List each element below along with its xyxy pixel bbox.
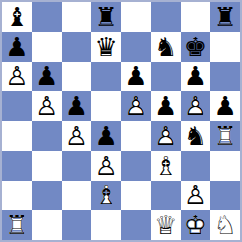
black-pawn-piece: ♟: [184, 63, 207, 89]
black-knight-piece: ♞: [154, 34, 177, 60]
square-a5[interactable]: [2, 91, 32, 121]
square-e3[interactable]: [121, 151, 151, 181]
black-rook-piece: ♜: [94, 4, 117, 30]
square-d5[interactable]: [91, 91, 121, 121]
chess-board: ♝♜♜♟♛♞♚♟♙♟♟♟♟♙♟♟♙♟♟♙♟♟♙♟♟♙♞♜♖♟♙♝♗♝♗♟♙♜♖♛…: [0, 0, 242, 242]
black-king-piece: ♚: [184, 34, 207, 60]
white-queen-piece: ♛♕: [154, 212, 177, 238]
black-queen-piece: ♛: [94, 34, 117, 60]
black-pawn-piece: ♟: [124, 63, 147, 89]
white-pawn-piece: ♟♙: [154, 123, 177, 149]
square-b6[interactable]: ♟: [32, 62, 62, 92]
square-h6[interactable]: [210, 62, 240, 92]
black-rook-piece: ♜: [213, 4, 236, 30]
square-h8[interactable]: ♜: [210, 2, 240, 32]
square-h2[interactable]: [210, 181, 240, 211]
square-h4[interactable]: ♜♖: [210, 121, 240, 151]
square-e1[interactable]: [121, 210, 151, 240]
black-pawn-piece: ♟: [94, 123, 117, 149]
black-pawn-piece: ♟: [213, 93, 236, 119]
square-f2[interactable]: [151, 181, 181, 211]
square-e4[interactable]: [121, 121, 151, 151]
square-c4[interactable]: ♟♙: [62, 121, 92, 151]
square-e5[interactable]: ♟♙: [121, 91, 151, 121]
square-f7[interactable]: ♞: [151, 32, 181, 62]
black-pawn-piece: ♟: [5, 34, 28, 60]
square-f4[interactable]: ♟♙: [151, 121, 181, 151]
white-pawn-piece: ♟♙: [184, 182, 207, 208]
square-a2[interactable]: [2, 181, 32, 211]
square-f1[interactable]: ♛♕: [151, 210, 181, 240]
square-a1[interactable]: ♜♖: [2, 210, 32, 240]
square-h7[interactable]: [210, 32, 240, 62]
square-e6[interactable]: ♟: [121, 62, 151, 92]
white-pawn-piece: ♟♙: [124, 93, 147, 119]
square-d2[interactable]: ♝♗: [91, 181, 121, 211]
square-g3[interactable]: [181, 151, 211, 181]
square-b1[interactable]: [32, 210, 62, 240]
square-c6[interactable]: [62, 62, 92, 92]
square-b7[interactable]: [32, 32, 62, 62]
square-d6[interactable]: [91, 62, 121, 92]
square-h1[interactable]: ♞♘: [210, 210, 240, 240]
square-g2[interactable]: ♟♙: [181, 181, 211, 211]
square-a7[interactable]: ♟: [2, 32, 32, 62]
black-pawn-piece: ♟: [35, 63, 58, 89]
black-bishop-piece: ♝: [5, 4, 28, 30]
black-knight-piece: ♞: [184, 123, 207, 149]
square-b8[interactable]: [32, 2, 62, 32]
square-d7[interactable]: ♛: [91, 32, 121, 62]
white-pawn-piece: ♟♙: [5, 63, 28, 89]
square-a6[interactable]: ♟♙: [2, 62, 32, 92]
white-king-piece: ♚♔: [184, 212, 207, 238]
white-pawn-piece: ♟♙: [184, 93, 207, 119]
square-g5[interactable]: ♟♙: [181, 91, 211, 121]
square-d3[interactable]: ♟♙: [91, 151, 121, 181]
square-c2[interactable]: [62, 181, 92, 211]
white-knight-piece: ♞♘: [213, 212, 236, 238]
square-b2[interactable]: [32, 181, 62, 211]
square-g6[interactable]: ♟: [181, 62, 211, 92]
square-c3[interactable]: [62, 151, 92, 181]
white-pawn-piece: ♟♙: [65, 123, 88, 149]
square-c1[interactable]: [62, 210, 92, 240]
square-d8[interactable]: ♜: [91, 2, 121, 32]
white-pawn-piece: ♟♙: [94, 153, 117, 179]
white-bishop-piece: ♝♗: [154, 153, 177, 179]
square-h5[interactable]: ♟: [210, 91, 240, 121]
white-bishop-piece: ♝♗: [94, 182, 117, 208]
square-e2[interactable]: [121, 181, 151, 211]
square-h3[interactable]: [210, 151, 240, 181]
square-g4[interactable]: ♞: [181, 121, 211, 151]
white-pawn-piece: ♟♙: [35, 93, 58, 119]
square-d1[interactable]: [91, 210, 121, 240]
square-a4[interactable]: [2, 121, 32, 151]
square-a3[interactable]: [2, 151, 32, 181]
square-d4[interactable]: ♟: [91, 121, 121, 151]
square-a8[interactable]: ♝: [2, 2, 32, 32]
square-c8[interactable]: [62, 2, 92, 32]
square-g1[interactable]: ♚♔: [181, 210, 211, 240]
square-g8[interactable]: [181, 2, 211, 32]
square-f6[interactable]: [151, 62, 181, 92]
square-f3[interactable]: ♝♗: [151, 151, 181, 181]
square-e7[interactable]: [121, 32, 151, 62]
square-c7[interactable]: [62, 32, 92, 62]
square-f5[interactable]: ♟: [151, 91, 181, 121]
white-rook-piece: ♜♖: [5, 212, 28, 238]
square-e8[interactable]: [121, 2, 151, 32]
square-g7[interactable]: ♚: [181, 32, 211, 62]
square-b4[interactable]: [32, 121, 62, 151]
white-rook-piece: ♜♖: [213, 123, 236, 149]
square-b3[interactable]: [32, 151, 62, 181]
black-pawn-piece: ♟: [65, 93, 88, 119]
square-b5[interactable]: ♟♙: [32, 91, 62, 121]
black-pawn-piece: ♟: [154, 93, 177, 119]
square-f8[interactable]: [151, 2, 181, 32]
square-c5[interactable]: ♟: [62, 91, 92, 121]
